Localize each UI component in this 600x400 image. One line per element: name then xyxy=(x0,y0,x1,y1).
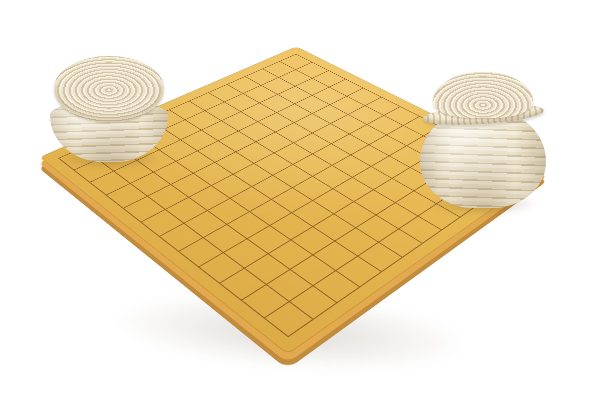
bowl-lid-spiral xyxy=(433,72,534,118)
bowl-body xyxy=(420,110,546,208)
go-set-photo xyxy=(0,0,600,400)
stone-bowl-right xyxy=(420,72,546,208)
bowl-lid-spiral xyxy=(54,56,165,122)
stone-bowl-left xyxy=(50,56,168,162)
